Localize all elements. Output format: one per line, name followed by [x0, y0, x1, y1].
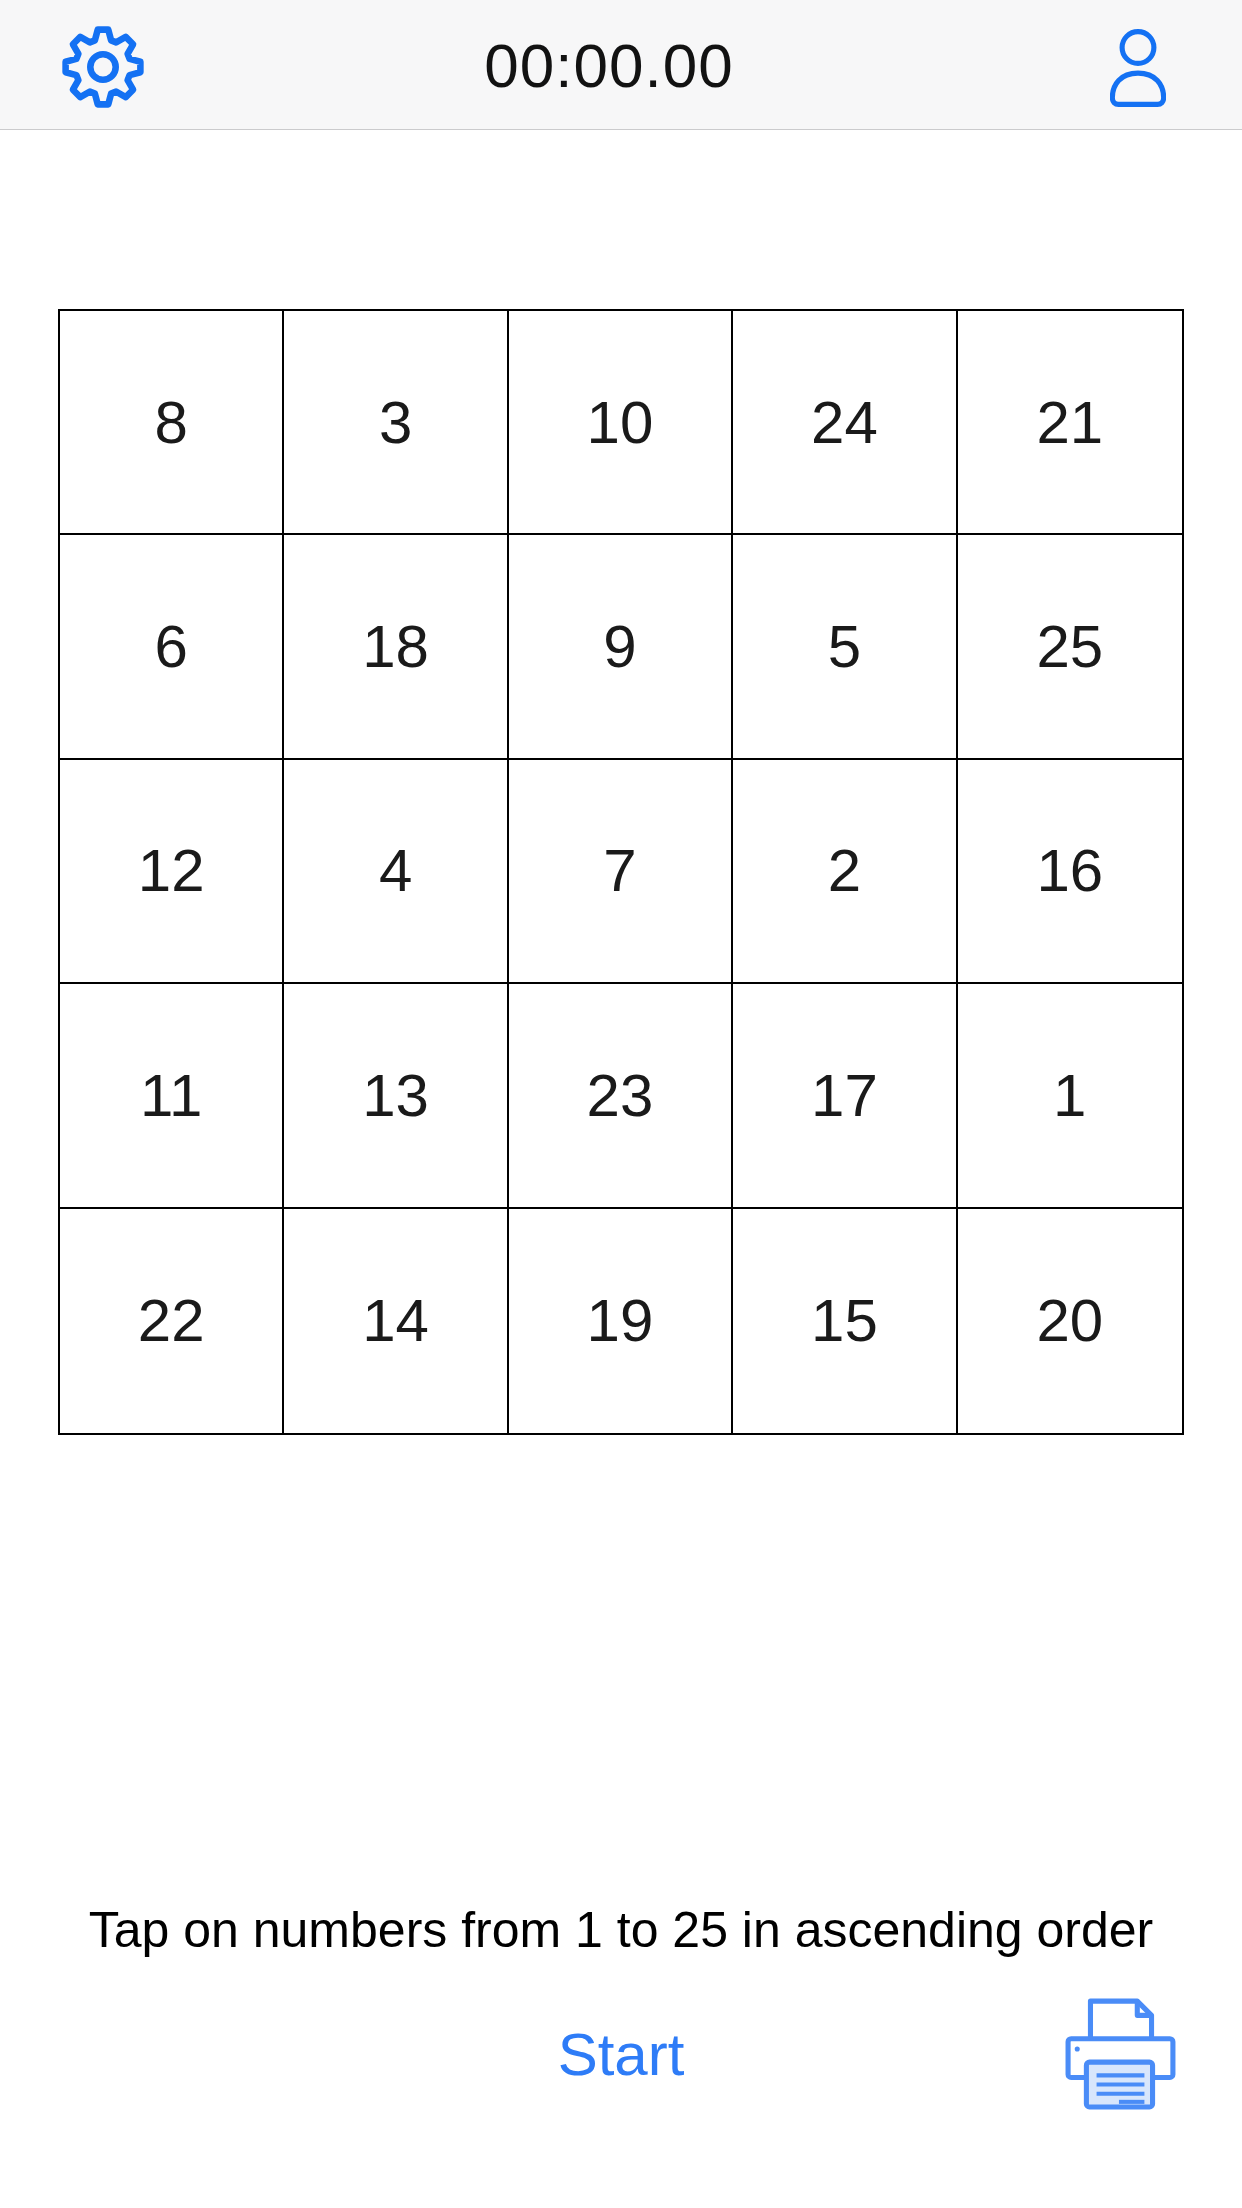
grid-cell[interactable]: 21	[958, 311, 1182, 535]
profile-button[interactable]	[1110, 28, 1166, 108]
grid-cell[interactable]: 4	[284, 760, 508, 984]
instruction-text: Tap on numbers from 1 to 25 in ascending…	[0, 1901, 1242, 1959]
grid-cell[interactable]: 6	[60, 535, 284, 759]
grid-cell[interactable]: 19	[509, 1209, 733, 1433]
grid-cell[interactable]: 11	[60, 984, 284, 1208]
grid-cell[interactable]: 13	[284, 984, 508, 1208]
grid-cell[interactable]: 8	[60, 311, 284, 535]
grid-cell[interactable]: 16	[958, 760, 1182, 984]
start-button[interactable]: Start	[0, 2020, 1242, 2089]
timer-display: 00:00.00	[0, 0, 1230, 130]
grid-cell[interactable]: 14	[284, 1209, 508, 1433]
number-grid: 8 3 10 24 21 6 18 9 5 25 12 4 7 2 16 11 …	[58, 309, 1184, 1435]
print-button[interactable]	[1064, 1996, 1178, 2110]
grid-cell[interactable]: 22	[60, 1209, 284, 1433]
grid-cell[interactable]: 3	[284, 311, 508, 535]
grid-cell[interactable]: 15	[733, 1209, 957, 1433]
grid-cell[interactable]: 25	[958, 535, 1182, 759]
grid-cell[interactable]: 5	[733, 535, 957, 759]
person-icon	[1110, 28, 1166, 108]
grid-cell[interactable]: 17	[733, 984, 957, 1208]
grid-cell[interactable]: 9	[509, 535, 733, 759]
grid-cell[interactable]: 1	[958, 984, 1182, 1208]
grid-cell[interactable]: 23	[509, 984, 733, 1208]
app-root: 00:00.00 8 3 10 24 21 6 18 9 5 25 12 4 7…	[0, 0, 1242, 2208]
grid-cell[interactable]: 12	[60, 760, 284, 984]
grid-cell[interactable]: 24	[733, 311, 957, 535]
grid-cell[interactable]: 7	[509, 760, 733, 984]
grid-cell[interactable]: 20	[958, 1209, 1182, 1433]
grid-cell[interactable]: 2	[733, 760, 957, 984]
printer-icon	[1064, 1996, 1178, 2110]
header-bar: 00:00.00	[0, 0, 1242, 130]
grid-cell[interactable]: 10	[509, 311, 733, 535]
grid-cell[interactable]: 18	[284, 535, 508, 759]
